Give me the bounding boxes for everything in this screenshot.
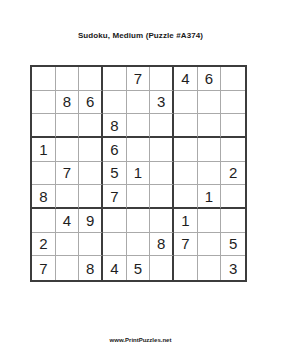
- cell-r5c7: [174, 162, 198, 186]
- cell-r4c2: [56, 138, 80, 162]
- cell-r3c2: [56, 114, 80, 138]
- cell-r7c4: [103, 209, 127, 233]
- cell-r1c5: 7: [127, 67, 151, 91]
- cell-r4c7: [174, 138, 198, 162]
- cell-r3c4: 8: [103, 114, 127, 138]
- cell-r5c6: [150, 162, 174, 186]
- cell-r2c6: 3: [150, 91, 174, 115]
- cell-r7c7: 1: [174, 209, 198, 233]
- footer-url: www.PrintPuzzles.net: [0, 337, 281, 343]
- puzzle-page: Sudoku, Medium (Puzzle #A374) 7468638167…: [0, 0, 281, 363]
- cell-r5c1: [32, 162, 56, 186]
- cell-r1c9: [221, 67, 245, 91]
- cell-r9c2: [56, 256, 80, 280]
- cell-r3c1: [32, 114, 56, 138]
- cell-r7c2: 4: [56, 209, 80, 233]
- cell-r7c6: [150, 209, 174, 233]
- cell-r9c1: 7: [32, 256, 56, 280]
- cell-r3c5: [127, 114, 151, 138]
- cell-r6c3: [79, 185, 103, 209]
- cell-r7c3: 9: [79, 209, 103, 233]
- cell-r6c2: [56, 185, 80, 209]
- cell-r4c5: [127, 138, 151, 162]
- puzzle-title: Sudoku, Medium (Puzzle #A374): [0, 31, 281, 40]
- cell-r6c4: 7: [103, 185, 127, 209]
- cell-r8c6: 8: [150, 233, 174, 257]
- cell-r1c7: 4: [174, 67, 198, 91]
- cell-r9c7: [174, 256, 198, 280]
- cell-r4c1: 1: [32, 138, 56, 162]
- cell-r3c9: [221, 114, 245, 138]
- cell-r3c8: [198, 114, 222, 138]
- cell-r1c1: [32, 67, 56, 91]
- cell-r1c2: [56, 67, 80, 91]
- cell-r2c4: [103, 91, 127, 115]
- cell-r2c9: [221, 91, 245, 115]
- cell-r6c5: [127, 185, 151, 209]
- cell-r6c9: [221, 185, 245, 209]
- cell-r8c4: [103, 233, 127, 257]
- cell-r9c4: 4: [103, 256, 127, 280]
- cell-r1c6: [150, 67, 174, 91]
- cell-r4c3: [79, 138, 103, 162]
- cell-r7c5: [127, 209, 151, 233]
- cell-r2c2: 8: [56, 91, 80, 115]
- cell-r3c7: [174, 114, 198, 138]
- cell-r5c9: 2: [221, 162, 245, 186]
- cell-r4c6: [150, 138, 174, 162]
- cell-r9c9: 3: [221, 256, 245, 280]
- cell-r9c5: 5: [127, 256, 151, 280]
- cell-r8c7: 7: [174, 233, 198, 257]
- cell-r2c3: 6: [79, 91, 103, 115]
- cell-r8c3: [79, 233, 103, 257]
- cell-r2c1: [32, 91, 56, 115]
- cell-r5c2: 7: [56, 162, 80, 186]
- cell-r6c6: [150, 185, 174, 209]
- cell-r6c7: [174, 185, 198, 209]
- cell-r6c8: 1: [198, 185, 222, 209]
- cell-r4c9: [221, 138, 245, 162]
- cell-r3c6: [150, 114, 174, 138]
- cell-r2c7: [174, 91, 198, 115]
- cell-r8c8: [198, 233, 222, 257]
- cell-r1c4: [103, 67, 127, 91]
- cell-r9c6: [150, 256, 174, 280]
- cell-r8c2: [56, 233, 80, 257]
- cell-r5c3: [79, 162, 103, 186]
- cell-r4c8: [198, 138, 222, 162]
- cell-r6c1: 8: [32, 185, 56, 209]
- cell-r7c1: [32, 209, 56, 233]
- cell-r2c5: [127, 91, 151, 115]
- cell-r1c8: 6: [198, 67, 222, 91]
- cell-r2c8: [198, 91, 222, 115]
- cell-r3c3: [79, 114, 103, 138]
- cell-r8c5: [127, 233, 151, 257]
- cell-r8c9: 5: [221, 233, 245, 257]
- cell-r5c4: 5: [103, 162, 127, 186]
- cell-r7c8: [198, 209, 222, 233]
- sudoku-board: 7468638167512871491287578453: [30, 65, 247, 282]
- cell-r5c5: 1: [127, 162, 151, 186]
- cell-r8c1: 2: [32, 233, 56, 257]
- cell-r9c8: [198, 256, 222, 280]
- cell-r5c8: [198, 162, 222, 186]
- cell-r4c4: 6: [103, 138, 127, 162]
- cell-r7c9: [221, 209, 245, 233]
- cell-r1c3: [79, 67, 103, 91]
- cell-r9c3: 8: [79, 256, 103, 280]
